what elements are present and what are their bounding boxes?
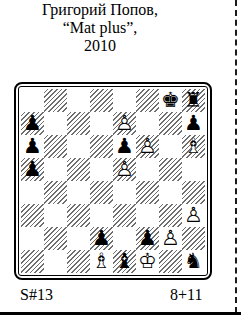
square-g3[interactable]: [159, 204, 182, 227]
square-d2[interactable]: ♟: [90, 227, 113, 250]
square-b4[interactable]: [44, 181, 67, 204]
square-a7[interactable]: ♟: [21, 112, 44, 135]
piece-black-b-e1: ♝: [113, 250, 136, 273]
square-f3[interactable]: [136, 204, 159, 227]
piece-black-p-f2: ♟: [136, 227, 159, 250]
piece-white-p-h3: ♟♙: [182, 204, 205, 227]
chessboard-inner-frame: ♚♜♟♟♙♟♟♟♟♙♝♗♟♟♙♟♙♟♟♟♙♝♗♝♚♔♞: [18, 86, 208, 276]
square-f6[interactable]: ♟♙: [136, 135, 159, 158]
chessboard: ♚♜♟♟♙♟♟♟♟♙♝♗♟♟♙♟♙♟♟♟♙♝♗♝♚♔♞: [21, 89, 205, 273]
square-e8[interactable]: [113, 89, 136, 112]
piece-white-p-e7: ♟♙: [113, 112, 136, 135]
square-h7[interactable]: ♟: [182, 112, 205, 135]
piece-black-p-a6: ♟: [21, 135, 44, 158]
piece-white-b-h6: ♝♗: [182, 135, 205, 158]
square-g8[interactable]: ♚: [159, 89, 182, 112]
author-line: Григорий Попов,: [0, 1, 200, 19]
square-g1[interactable]: [159, 250, 182, 273]
square-a3[interactable]: [21, 204, 44, 227]
square-b8[interactable]: [44, 89, 67, 112]
square-b1[interactable]: [44, 250, 67, 273]
year-line: 2010: [0, 37, 200, 55]
piece-white-p-e5: ♟♙: [113, 158, 136, 181]
piece-white-p-f6: ♟♙: [136, 135, 159, 158]
chessboard-frame: ♚♜♟♟♙♟♟♟♟♙♝♗♟♟♙♟♙♟♟♟♙♝♗♝♚♔♞: [14, 82, 212, 280]
square-c7[interactable]: [67, 112, 90, 135]
square-e7[interactable]: ♟♙: [113, 112, 136, 135]
square-h3[interactable]: ♟♙: [182, 204, 205, 227]
piece-white-p-g2: ♟♙: [159, 227, 182, 250]
piece-black-n-h1: ♞: [182, 250, 205, 273]
square-g7[interactable]: [159, 112, 182, 135]
square-a5[interactable]: ♟: [21, 158, 44, 181]
square-b6[interactable]: [44, 135, 67, 158]
square-f1[interactable]: ♚♔: [136, 250, 159, 273]
square-d1[interactable]: ♝♗: [90, 250, 113, 273]
square-d4[interactable]: [90, 181, 113, 204]
square-g6[interactable]: [159, 135, 182, 158]
square-e2[interactable]: [113, 227, 136, 250]
square-g2[interactable]: ♟♙: [159, 227, 182, 250]
piece-black-p-a5: ♟: [21, 158, 44, 181]
square-e1[interactable]: ♝: [113, 250, 136, 273]
piece-black-p-h7: ♟: [182, 112, 205, 135]
square-e4[interactable]: [113, 181, 136, 204]
piece-black-p-a7: ♟: [21, 112, 44, 135]
table-cell-bottom-border: [0, 312, 241, 315]
square-h6[interactable]: ♝♗: [182, 135, 205, 158]
square-c8[interactable]: [67, 89, 90, 112]
square-a4[interactable]: [21, 181, 44, 204]
piece-black-p-d2: ♟: [90, 227, 113, 250]
piece-white-k-f1: ♚♔: [136, 250, 159, 273]
square-d3[interactable]: [90, 204, 113, 227]
square-f2[interactable]: ♟: [136, 227, 159, 250]
square-c6[interactable]: [67, 135, 90, 158]
square-a2[interactable]: [21, 227, 44, 250]
square-c4[interactable]: [67, 181, 90, 204]
square-d7[interactable]: [90, 112, 113, 135]
piece-black-p-e6: ♟: [113, 135, 136, 158]
square-c3[interactable]: [67, 204, 90, 227]
square-b2[interactable]: [44, 227, 67, 250]
table-cell-dashed-border: [235, 0, 237, 313]
square-f4[interactable]: [136, 181, 159, 204]
square-d8[interactable]: [90, 89, 113, 112]
square-e6[interactable]: ♟: [113, 135, 136, 158]
square-h8[interactable]: ♜: [182, 89, 205, 112]
square-e3[interactable]: [113, 204, 136, 227]
piece-black-k-g8: ♚: [159, 89, 182, 112]
square-b7[interactable]: [44, 112, 67, 135]
square-d5[interactable]: [90, 158, 113, 181]
square-a1[interactable]: [21, 250, 44, 273]
square-e5[interactable]: ♟♙: [113, 158, 136, 181]
piece-white-b-d1: ♝♗: [90, 250, 113, 273]
square-h2[interactable]: [182, 227, 205, 250]
stipulation-label: S#13: [20, 286, 53, 304]
square-h1[interactable]: ♞: [182, 250, 205, 273]
square-b5[interactable]: [44, 158, 67, 181]
material-count-label: 8+11: [170, 286, 202, 304]
square-b3[interactable]: [44, 204, 67, 227]
square-f8[interactable]: [136, 89, 159, 112]
square-c2[interactable]: [67, 227, 90, 250]
square-h5[interactable]: [182, 158, 205, 181]
square-g5[interactable]: [159, 158, 182, 181]
square-a6[interactable]: ♟: [21, 135, 44, 158]
square-d6[interactable]: [90, 135, 113, 158]
problem-header: Григорий Попов, “Mat plus”, 2010: [0, 1, 200, 55]
chess-problem-card: Григорий Попов, “Mat plus”, 2010 ♚♜♟♟♙♟♟…: [0, 0, 241, 317]
square-h4[interactable]: [182, 181, 205, 204]
square-c5[interactable]: [67, 158, 90, 181]
square-f7[interactable]: [136, 112, 159, 135]
square-g4[interactable]: [159, 181, 182, 204]
square-a8[interactable]: [21, 89, 44, 112]
square-c1[interactable]: [67, 250, 90, 273]
source-line: “Mat plus”,: [0, 19, 200, 37]
piece-black-r-h8: ♜: [182, 89, 205, 112]
square-f5[interactable]: [136, 158, 159, 181]
